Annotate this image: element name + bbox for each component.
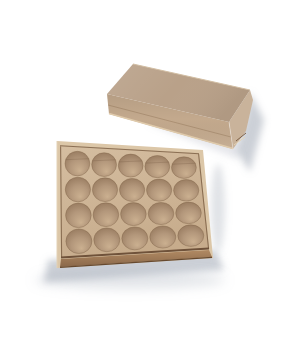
cavity-hole <box>148 202 174 224</box>
base-right-shadow <box>211 164 225 252</box>
cavity-hole <box>178 225 204 247</box>
product-photo <box>0 0 300 340</box>
scene-svg <box>0 0 300 340</box>
cavity-hole <box>121 203 147 226</box>
cavity-hole <box>172 157 197 179</box>
cavity-hole <box>66 229 92 254</box>
cavity-hole <box>176 202 202 224</box>
cavity-hole <box>118 154 143 177</box>
cavity-hole <box>145 156 170 178</box>
cavity-hole <box>65 177 90 202</box>
cavity-hole <box>150 226 176 248</box>
cavity-hole <box>92 178 117 202</box>
cavity-hole <box>122 227 148 250</box>
cavity-hole <box>120 178 145 201</box>
cavity-hole <box>92 153 117 177</box>
cavity-hole <box>94 228 120 252</box>
cavity-hole <box>65 151 90 176</box>
cavity-hole <box>147 179 172 201</box>
base-shadow-wide <box>35 271 225 289</box>
cavity-hole <box>174 180 199 202</box>
cavity-hole <box>66 203 92 228</box>
cavity-hole <box>93 203 119 227</box>
